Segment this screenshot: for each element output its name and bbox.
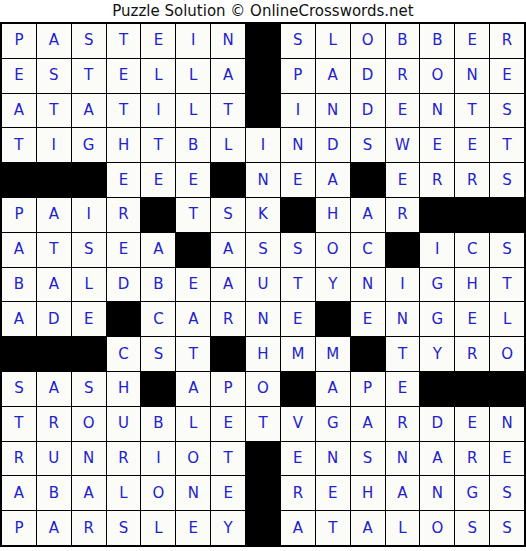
letter-cell: A: [351, 407, 385, 441]
letter-cell: S: [37, 59, 71, 93]
letter-cell: O: [420, 59, 454, 93]
letter-cell: A: [420, 442, 454, 476]
letter-cell: T: [211, 442, 245, 476]
page-title: Puzzle Solution © OnlineCrosswords.net: [0, 0, 526, 22]
letter-cell: N: [386, 302, 420, 336]
letter-cell: E: [72, 302, 106, 336]
letter-cell: E: [211, 407, 245, 441]
block-cell: [37, 337, 71, 371]
letter-cell: A: [176, 372, 210, 406]
letter-cell: L: [72, 268, 106, 302]
letter-cell: Y: [316, 268, 350, 302]
letter-cell: A: [211, 233, 245, 267]
letter-cell: E: [386, 372, 420, 406]
letter-cell: T: [490, 128, 524, 162]
letter-cell: N: [246, 302, 280, 336]
letter-cell: E: [107, 163, 141, 197]
letter-cell: R: [490, 24, 524, 58]
letter-cell: D: [351, 94, 385, 128]
letter-cell: H: [107, 372, 141, 406]
letter-cell: A: [141, 233, 175, 267]
letter-cell: A: [72, 476, 106, 510]
crossword-grid: PASTEINSLOBBERESTELLAPADRONEATATILTINDEN…: [0, 22, 526, 547]
letter-cell: R: [455, 442, 489, 476]
letter-cell: E: [107, 59, 141, 93]
letter-cell: C: [107, 337, 141, 371]
letter-cell: N: [386, 442, 420, 476]
letter-cell: G: [420, 268, 454, 302]
block-cell: [211, 163, 245, 197]
letter-cell: S: [246, 233, 280, 267]
letter-cell: O: [420, 511, 454, 545]
letter-cell: L: [176, 407, 210, 441]
letter-cell: R: [37, 407, 71, 441]
block-cell: [107, 302, 141, 336]
letter-cell: L: [141, 511, 175, 545]
block-cell: [316, 302, 350, 336]
letter-cell: A: [211, 268, 245, 302]
letter-cell: E: [141, 163, 175, 197]
letter-cell: R: [107, 442, 141, 476]
letter-cell: N: [455, 59, 489, 93]
letter-cell: C: [141, 302, 175, 336]
letter-cell: R: [2, 442, 36, 476]
letter-cell: T: [281, 268, 315, 302]
letter-cell: H: [316, 198, 350, 232]
letter-cell: N: [316, 442, 350, 476]
letter-cell: T: [2, 407, 36, 441]
block-cell: [386, 233, 420, 267]
letter-cell: B: [176, 128, 210, 162]
letter-cell: S: [490, 233, 524, 267]
letter-cell: N: [490, 407, 524, 441]
letter-cell: E: [386, 163, 420, 197]
block-cell: [246, 442, 280, 476]
letter-cell: O: [316, 233, 350, 267]
letter-cell: E: [420, 128, 454, 162]
letter-cell: E: [490, 59, 524, 93]
block-cell: [490, 198, 524, 232]
letter-cell: L: [176, 94, 210, 128]
letter-cell: K: [246, 198, 280, 232]
letter-cell: U: [37, 442, 71, 476]
letter-cell: T: [211, 94, 245, 128]
letter-cell: R: [386, 59, 420, 93]
letter-cell: O: [141, 476, 175, 510]
letter-cell: E: [176, 268, 210, 302]
letter-cell: S: [2, 372, 36, 406]
letter-cell: I: [281, 94, 315, 128]
letter-cell: L: [490, 302, 524, 336]
letter-cell: T: [246, 407, 280, 441]
letter-cell: N: [351, 268, 385, 302]
letter-cell: E: [281, 302, 315, 336]
letter-cell: S: [490, 163, 524, 197]
letter-cell: T: [107, 94, 141, 128]
block-cell: [246, 59, 280, 93]
block-cell: [281, 372, 315, 406]
letter-cell: L: [386, 511, 420, 545]
letter-cell: E: [281, 163, 315, 197]
letter-cell: I: [176, 24, 210, 58]
letter-cell: A: [2, 476, 36, 510]
grid-wrapper: PASTEINSLOBBERESTELLAPADRONEATATILTINDEN…: [0, 22, 526, 547]
puzzle-solution-page: Puzzle Solution © OnlineCrosswords.net P…: [0, 0, 526, 551]
letter-cell: O: [72, 407, 106, 441]
letter-cell: R: [420, 163, 454, 197]
letter-cell: I: [420, 233, 454, 267]
letter-cell: H: [351, 476, 385, 510]
letter-cell: N: [211, 24, 245, 58]
block-cell: [176, 233, 210, 267]
letter-cell: A: [2, 94, 36, 128]
letter-cell: C: [351, 233, 385, 267]
letter-cell: R: [72, 511, 106, 545]
letter-cell: N: [420, 476, 454, 510]
letter-cell: D: [420, 407, 454, 441]
letter-cell: A: [386, 476, 420, 510]
letter-cell: S: [490, 476, 524, 510]
letter-cell: H: [107, 128, 141, 162]
letter-cell: R: [211, 302, 245, 336]
letter-cell: O: [246, 372, 280, 406]
letter-cell: T: [141, 128, 175, 162]
letter-cell: T: [490, 268, 524, 302]
letter-cell: A: [316, 163, 350, 197]
block-cell: [37, 163, 71, 197]
letter-cell: G: [316, 407, 350, 441]
letter-cell: E: [211, 476, 245, 510]
letter-cell: D: [37, 302, 71, 336]
letter-cell: E: [141, 24, 175, 58]
letter-cell: T: [37, 94, 71, 128]
letter-cell: T: [316, 511, 350, 545]
block-cell: [72, 337, 106, 371]
letter-cell: E: [455, 128, 489, 162]
letter-cell: S: [72, 233, 106, 267]
letter-cell: M: [281, 337, 315, 371]
block-cell: [246, 476, 280, 510]
letter-cell: B: [2, 268, 36, 302]
letter-cell: E: [455, 302, 489, 336]
letter-cell: D: [107, 268, 141, 302]
letter-cell: A: [37, 268, 71, 302]
block-cell: [211, 337, 245, 371]
letter-cell: L: [211, 128, 245, 162]
letter-cell: R: [386, 407, 420, 441]
letter-cell: L: [141, 59, 175, 93]
block-cell: [281, 198, 315, 232]
letter-cell: A: [351, 511, 385, 545]
letter-cell: S: [281, 24, 315, 58]
letter-cell: R: [386, 198, 420, 232]
letter-cell: E: [455, 407, 489, 441]
letter-cell: S: [107, 511, 141, 545]
letter-cell: U: [246, 268, 280, 302]
letter-cell: H: [455, 268, 489, 302]
letter-cell: G: [455, 476, 489, 510]
letter-cell: A: [316, 372, 350, 406]
letter-cell: B: [141, 407, 175, 441]
letter-cell: N: [72, 442, 106, 476]
block-cell: [351, 163, 385, 197]
letter-cell: O: [176, 442, 210, 476]
letter-cell: A: [316, 59, 350, 93]
letter-cell: E: [490, 442, 524, 476]
block-cell: [490, 372, 524, 406]
block-cell: [455, 372, 489, 406]
letter-cell: C: [455, 233, 489, 267]
letter-cell: N: [176, 476, 210, 510]
letter-cell: H: [246, 337, 280, 371]
block-cell: [455, 198, 489, 232]
block-cell: [420, 372, 454, 406]
block-cell: [246, 94, 280, 128]
letter-cell: N: [316, 94, 350, 128]
block-cell: [72, 163, 106, 197]
letter-cell: I: [246, 128, 280, 162]
letter-cell: D: [351, 59, 385, 93]
letter-cell: A: [351, 198, 385, 232]
letter-cell: P: [211, 372, 245, 406]
block-cell: [2, 163, 36, 197]
letter-cell: M: [316, 337, 350, 371]
letter-cell: A: [2, 302, 36, 336]
letter-cell: E: [2, 59, 36, 93]
letter-cell: R: [281, 476, 315, 510]
letter-cell: S: [281, 233, 315, 267]
letter-cell: T: [2, 128, 36, 162]
letter-cell: A: [37, 24, 71, 58]
letter-cell: S: [455, 511, 489, 545]
letter-cell: S: [72, 24, 106, 58]
letter-cell: T: [176, 337, 210, 371]
letter-cell: B: [141, 268, 175, 302]
block-cell: [246, 24, 280, 58]
letter-cell: S: [72, 372, 106, 406]
letter-cell: E: [176, 163, 210, 197]
letter-cell: S: [351, 128, 385, 162]
letter-cell: R: [455, 337, 489, 371]
letter-cell: A: [72, 94, 106, 128]
letter-cell: I: [141, 442, 175, 476]
letter-cell: P: [2, 511, 36, 545]
letter-cell: B: [420, 24, 454, 58]
block-cell: [351, 337, 385, 371]
letter-cell: A: [2, 233, 36, 267]
letter-cell: W: [386, 128, 420, 162]
letter-cell: S: [490, 94, 524, 128]
letter-cell: I: [72, 198, 106, 232]
letter-cell: T: [37, 233, 71, 267]
letter-cell: P: [351, 372, 385, 406]
letter-cell: G: [72, 128, 106, 162]
letter-cell: Y: [211, 511, 245, 545]
letter-cell: A: [37, 372, 71, 406]
letter-cell: A: [37, 511, 71, 545]
letter-cell: N: [420, 94, 454, 128]
letter-cell: B: [37, 476, 71, 510]
letter-cell: T: [72, 59, 106, 93]
letter-cell: T: [386, 337, 420, 371]
letter-cell: T: [455, 94, 489, 128]
letter-cell: G: [420, 302, 454, 336]
letter-cell: S: [490, 511, 524, 545]
letter-cell: L: [316, 24, 350, 58]
block-cell: [141, 372, 175, 406]
letter-cell: O: [351, 24, 385, 58]
letter-cell: S: [141, 337, 175, 371]
block-cell: [420, 198, 454, 232]
letter-cell: S: [351, 442, 385, 476]
letter-cell: R: [107, 198, 141, 232]
letter-cell: T: [176, 198, 210, 232]
letter-cell: Y: [420, 337, 454, 371]
letter-cell: A: [37, 198, 71, 232]
letter-cell: P: [2, 198, 36, 232]
letter-cell: D: [316, 128, 350, 162]
letter-cell: E: [386, 94, 420, 128]
letter-cell: L: [107, 476, 141, 510]
letter-cell: E: [316, 476, 350, 510]
letter-cell: E: [107, 233, 141, 267]
letter-cell: I: [37, 128, 71, 162]
letter-cell: V: [281, 407, 315, 441]
letter-cell: T: [107, 24, 141, 58]
letter-cell: U: [107, 407, 141, 441]
letter-cell: B: [386, 24, 420, 58]
letter-cell: P: [2, 24, 36, 58]
letter-cell: N: [281, 128, 315, 162]
letter-cell: A: [176, 302, 210, 336]
letter-cell: A: [211, 59, 245, 93]
block-cell: [141, 198, 175, 232]
letter-cell: I: [141, 94, 175, 128]
letter-cell: S: [211, 198, 245, 232]
letter-cell: A: [281, 511, 315, 545]
letter-cell: E: [176, 511, 210, 545]
letter-cell: I: [386, 268, 420, 302]
letter-cell: E: [351, 302, 385, 336]
letter-cell: E: [281, 442, 315, 476]
letter-cell: O: [490, 337, 524, 371]
letter-cell: E: [455, 24, 489, 58]
letter-cell: L: [176, 59, 210, 93]
letter-cell: R: [455, 163, 489, 197]
letter-cell: N: [246, 163, 280, 197]
letter-cell: P: [281, 59, 315, 93]
block-cell: [246, 511, 280, 545]
block-cell: [2, 337, 36, 371]
